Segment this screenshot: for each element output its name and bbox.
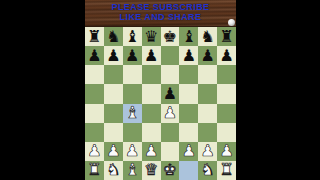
square-g7[interactable]: ♟ (198, 46, 217, 65)
piece-white-pawn[interactable]: ♟ (125, 143, 139, 159)
piece-black-pawn[interactable]: ♟ (87, 47, 101, 63)
square-f4[interactable] (179, 104, 198, 123)
square-a1[interactable]: ♜ (85, 161, 104, 180)
square-d1[interactable]: ♛ (142, 161, 161, 180)
square-h4[interactable] (217, 104, 236, 123)
piece-white-pawn[interactable]: ♟ (182, 143, 196, 159)
square-a2[interactable]: ♟ (85, 142, 104, 161)
banner: PLEASE SUBSCRIBE LIKE AND SHARE (85, 2, 236, 22)
square-c4[interactable]: ♝ (123, 104, 142, 123)
square-a6[interactable] (85, 65, 104, 84)
piece-black-pawn[interactable]: ♟ (182, 47, 196, 63)
square-h6[interactable] (217, 65, 236, 84)
white-ball-icon (228, 19, 235, 26)
square-d5[interactable] (142, 84, 161, 103)
square-b5[interactable] (104, 84, 123, 103)
square-g3[interactable] (198, 123, 217, 142)
square-c7[interactable]: ♟ (123, 46, 142, 65)
square-c3[interactable] (123, 123, 142, 142)
square-c5[interactable] (123, 84, 142, 103)
square-b2[interactable]: ♟ (104, 142, 123, 161)
square-f5[interactable] (179, 84, 198, 103)
square-e6[interactable] (161, 65, 180, 84)
square-b7[interactable]: ♟ (104, 46, 123, 65)
piece-white-pawn[interactable]: ♟ (144, 143, 158, 159)
piece-black-bishop[interactable]: ♝ (125, 28, 139, 44)
square-d8[interactable]: ♛ (142, 27, 161, 46)
square-d6[interactable] (142, 65, 161, 84)
square-f2[interactable]: ♟ (179, 142, 198, 161)
piece-white-queen[interactable]: ♛ (144, 162, 158, 178)
piece-white-king[interactable]: ♚ (163, 162, 177, 178)
piece-white-pawn[interactable]: ♟ (201, 143, 215, 159)
square-c8[interactable]: ♝ (123, 27, 142, 46)
piece-black-pawn[interactable]: ♟ (201, 47, 215, 63)
piece-black-pawn[interactable]: ♟ (163, 85, 177, 101)
piece-white-pawn[interactable]: ♟ (106, 143, 120, 159)
piece-white-rook[interactable]: ♜ (87, 162, 101, 178)
piece-black-bishop[interactable]: ♝ (182, 28, 196, 44)
square-h1[interactable]: ♜ (217, 161, 236, 180)
chess-board: ♜♞♝♛♚♝♞♜♟♟♟♟♟♟♟♟♝♟♟♟♟♟♟♟♟♜♞♝♛♚♞♜ (85, 27, 236, 180)
letterbox-left (0, 0, 85, 180)
piece-white-bishop[interactable]: ♝ (125, 162, 139, 178)
square-f6[interactable] (179, 65, 198, 84)
square-c2[interactable]: ♟ (123, 142, 142, 161)
piece-white-bishop[interactable]: ♝ (125, 105, 139, 121)
square-h3[interactable] (217, 123, 236, 142)
square-e7[interactable] (161, 46, 180, 65)
square-e1[interactable]: ♚ (161, 161, 180, 180)
piece-black-rook[interactable]: ♜ (87, 28, 101, 44)
piece-black-knight[interactable]: ♞ (106, 28, 120, 44)
square-a8[interactable]: ♜ (85, 27, 104, 46)
square-h2[interactable]: ♟ (217, 142, 236, 161)
piece-black-rook[interactable]: ♜ (219, 28, 233, 44)
piece-black-queen[interactable]: ♛ (144, 28, 158, 44)
square-c1[interactable]: ♝ (123, 161, 142, 180)
square-d4[interactable] (142, 104, 161, 123)
square-h7[interactable]: ♟ (217, 46, 236, 65)
square-e8[interactable]: ♚ (161, 27, 180, 46)
square-b3[interactable] (104, 123, 123, 142)
wood-header: PLEASE SUBSCRIBE LIKE AND SHARE (85, 0, 236, 27)
square-a4[interactable] (85, 104, 104, 123)
square-e3[interactable] (161, 123, 180, 142)
square-a7[interactable]: ♟ (85, 46, 104, 65)
piece-black-pawn[interactable]: ♟ (125, 47, 139, 63)
piece-white-knight[interactable]: ♞ (106, 162, 120, 178)
piece-white-knight[interactable]: ♞ (201, 162, 215, 178)
square-c6[interactable] (123, 65, 142, 84)
square-b6[interactable] (104, 65, 123, 84)
square-b4[interactable] (104, 104, 123, 123)
square-g8[interactable]: ♞ (198, 27, 217, 46)
square-f8[interactable]: ♝ (179, 27, 198, 46)
square-h8[interactable]: ♜ (217, 27, 236, 46)
square-d7[interactable]: ♟ (142, 46, 161, 65)
square-a5[interactable] (85, 84, 104, 103)
square-a3[interactable] (85, 123, 104, 142)
square-e2[interactable] (161, 142, 180, 161)
banner-line2: LIKE AND SHARE (85, 12, 236, 22)
square-g6[interactable] (198, 65, 217, 84)
square-d2[interactable]: ♟ (142, 142, 161, 161)
square-b1[interactable]: ♞ (104, 161, 123, 180)
square-g5[interactable] (198, 84, 217, 103)
piece-black-knight[interactable]: ♞ (201, 28, 215, 44)
piece-black-pawn[interactable]: ♟ (219, 47, 233, 63)
square-g4[interactable] (198, 104, 217, 123)
square-e5[interactable]: ♟ (161, 84, 180, 103)
piece-white-pawn[interactable]: ♟ (87, 143, 101, 159)
piece-black-pawn[interactable]: ♟ (106, 47, 120, 63)
square-d3[interactable] (142, 123, 161, 142)
piece-white-pawn[interactable]: ♟ (219, 143, 233, 159)
square-f3[interactable] (179, 123, 198, 142)
square-f7[interactable]: ♟ (179, 46, 198, 65)
square-f1[interactable] (179, 161, 198, 180)
piece-black-pawn[interactable]: ♟ (144, 47, 158, 63)
banner-line1: PLEASE SUBSCRIBE (85, 2, 236, 12)
piece-black-king[interactable]: ♚ (163, 28, 177, 44)
square-e4[interactable]: ♟ (161, 104, 180, 123)
letterbox-right (236, 0, 320, 180)
square-g2[interactable]: ♟ (198, 142, 217, 161)
video-content: PLEASE SUBSCRIBE LIKE AND SHARE ♜♞♝♛♚♝♞♜… (85, 0, 236, 180)
square-h5[interactable] (217, 84, 236, 103)
piece-white-rook[interactable]: ♜ (219, 162, 233, 178)
square-g1[interactable]: ♞ (198, 161, 217, 180)
square-b8[interactable]: ♞ (104, 27, 123, 46)
piece-white-pawn[interactable]: ♟ (163, 105, 177, 121)
